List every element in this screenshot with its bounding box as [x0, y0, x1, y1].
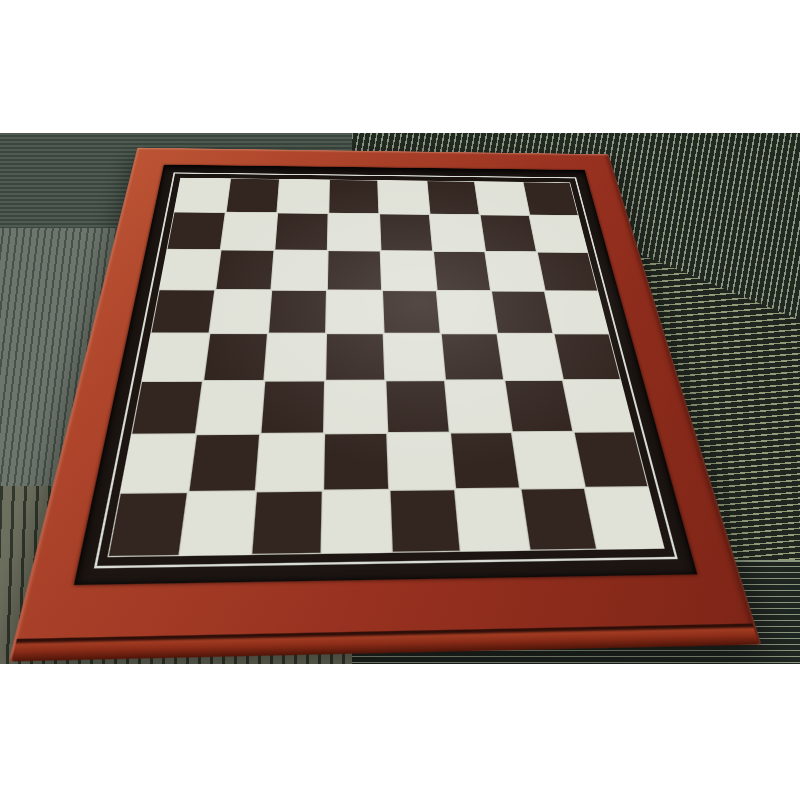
square-a6: [159, 249, 221, 290]
square-b1: [180, 491, 256, 556]
square-d8: [328, 179, 379, 213]
square-d4: [325, 333, 385, 380]
page: [0, 0, 800, 800]
square-f3: [445, 380, 512, 432]
square-a4: [141, 333, 209, 381]
square-a5: [150, 289, 215, 333]
square-a7: [167, 212, 226, 249]
square-c1: [251, 490, 323, 555]
square-f4: [441, 334, 505, 381]
square-a8: [174, 178, 231, 213]
square-a3: [131, 381, 203, 434]
square-d5: [326, 290, 384, 333]
square-b7: [221, 212, 278, 249]
board-photo: [0, 133, 800, 664]
square-c6: [271, 250, 327, 290]
square-g4: [497, 334, 563, 381]
square-b6: [215, 249, 274, 289]
square-g8: [475, 181, 530, 215]
square-b2: [188, 433, 260, 491]
square-f7: [430, 214, 485, 251]
square-e4: [384, 333, 445, 380]
top-white-band: [0, 0, 800, 133]
square-e6: [381, 251, 437, 291]
square-a1: [107, 492, 188, 557]
square-d7: [328, 213, 381, 250]
square-d1: [322, 490, 392, 554]
square-f6: [433, 251, 491, 291]
squares-grid: [107, 178, 664, 557]
square-c8: [277, 179, 329, 214]
square-b5: [209, 290, 271, 334]
square-d3: [324, 381, 387, 433]
square-b4: [203, 333, 268, 381]
square-f5: [437, 290, 498, 333]
square-e5: [382, 290, 441, 333]
square-e7: [379, 214, 433, 251]
square-a2: [120, 434, 196, 493]
bottom-white-band: [0, 664, 800, 800]
square-f8: [427, 181, 480, 215]
square-g5: [491, 291, 554, 334]
square-h7: [529, 215, 588, 252]
square-b3: [196, 381, 264, 434]
square-g2: [512, 431, 585, 488]
square-d6: [327, 250, 382, 290]
square-h6: [537, 252, 598, 291]
square-g3: [504, 380, 573, 431]
square-c5: [268, 290, 327, 334]
square-f1: [455, 488, 529, 552]
square-e3: [385, 381, 449, 433]
square-c4: [264, 333, 326, 381]
square-c2: [256, 433, 324, 491]
square-e2: [387, 432, 455, 490]
square-d2: [323, 433, 389, 491]
square-h5: [545, 291, 609, 334]
square-h4: [553, 334, 621, 381]
square-e8: [378, 180, 430, 214]
square-c3: [260, 381, 325, 433]
board-surface: [74, 165, 697, 585]
square-h8: [523, 182, 579, 216]
square-b8: [226, 178, 280, 213]
square-g6: [485, 251, 545, 291]
square-g7: [480, 215, 537, 252]
square-f2: [450, 432, 520, 489]
square-c7: [274, 213, 328, 250]
square-e1: [389, 489, 461, 553]
